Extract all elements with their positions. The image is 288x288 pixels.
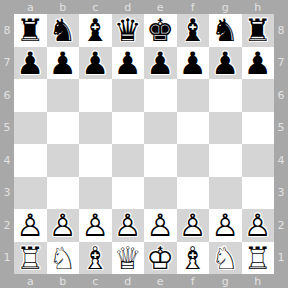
square-b3[interactable] xyxy=(47,177,80,210)
piece-black-knight[interactable]: ♞ xyxy=(209,14,242,47)
piece-white-pawn[interactable]: ♙ xyxy=(242,209,275,242)
rank-label-3: 3 xyxy=(274,177,288,210)
piece-black-knight[interactable]: ♞ xyxy=(47,14,80,47)
square-h6[interactable] xyxy=(242,79,275,112)
rank-label-5: 5 xyxy=(274,112,288,145)
square-b5[interactable] xyxy=(47,112,80,145)
file-label-c: c xyxy=(79,274,112,288)
square-a4[interactable] xyxy=(14,144,47,177)
square-g3[interactable] xyxy=(209,177,242,210)
rank-label-1: 1 xyxy=(274,242,288,275)
square-a7[interactable]: ♟♟ xyxy=(14,47,47,80)
square-c7[interactable]: ♟♟ xyxy=(79,47,112,80)
square-e5[interactable] xyxy=(144,112,177,145)
rank-label-8: 8 xyxy=(274,14,288,47)
square-a1[interactable]: ♜♖ xyxy=(14,242,47,275)
square-d6[interactable] xyxy=(112,79,145,112)
square-c3[interactable] xyxy=(79,177,112,210)
square-e7[interactable]: ♟♟ xyxy=(144,47,177,80)
piece-white-pawn[interactable]: ♙ xyxy=(177,209,210,242)
square-b4[interactable] xyxy=(47,144,80,177)
rank-labels-right: 87654321 xyxy=(274,14,288,274)
square-c2[interactable]: ♟♙ xyxy=(79,209,112,242)
square-f8[interactable]: ♝♝ xyxy=(177,14,210,47)
square-c1[interactable]: ♝♗ xyxy=(79,242,112,275)
piece-white-rook[interactable]: ♖ xyxy=(242,242,275,275)
piece-black-pawn[interactable]: ♟ xyxy=(144,47,177,80)
square-f1[interactable]: ♝♗ xyxy=(177,242,210,275)
square-e6[interactable] xyxy=(144,79,177,112)
file-label-a: a xyxy=(14,274,47,288)
square-f3[interactable] xyxy=(177,177,210,210)
piece-black-bishop[interactable]: ♝ xyxy=(177,14,210,47)
piece-white-queen[interactable]: ♕ xyxy=(112,242,145,275)
square-d8[interactable]: ♛♛ xyxy=(112,14,145,47)
piece-black-bishop[interactable]: ♝ xyxy=(79,14,112,47)
square-g7[interactable]: ♟♟ xyxy=(209,47,242,80)
square-h1[interactable]: ♜♖ xyxy=(242,242,275,275)
square-e8[interactable]: ♚♚ xyxy=(144,14,177,47)
chess-board-frame: abcdefgh abcdefgh 87654321 87654321 ♜♜♞♞… xyxy=(0,0,288,288)
square-b2[interactable]: ♟♙ xyxy=(47,209,80,242)
piece-black-king[interactable]: ♚ xyxy=(144,14,177,47)
rank-label-7: 7 xyxy=(0,47,14,80)
file-label-e: e xyxy=(144,274,177,288)
square-f7[interactable]: ♟♟ xyxy=(177,47,210,80)
square-f4[interactable] xyxy=(177,144,210,177)
square-h8[interactable]: ♜♜ xyxy=(242,14,275,47)
rank-labels-left: 87654321 xyxy=(0,14,14,274)
piece-white-pawn[interactable]: ♙ xyxy=(47,209,80,242)
piece-white-pawn[interactable]: ♙ xyxy=(144,209,177,242)
piece-black-pawn[interactable]: ♟ xyxy=(177,47,210,80)
rank-label-2: 2 xyxy=(0,209,14,242)
file-label-b: b xyxy=(47,274,80,288)
square-e1[interactable]: ♚♔ xyxy=(144,242,177,275)
piece-white-pawn[interactable]: ♙ xyxy=(112,209,145,242)
square-h7[interactable]: ♟♟ xyxy=(242,47,275,80)
square-a2[interactable]: ♟♙ xyxy=(14,209,47,242)
file-label-d: d xyxy=(112,274,145,288)
square-f6[interactable] xyxy=(177,79,210,112)
square-h5[interactable] xyxy=(242,112,275,145)
piece-black-pawn[interactable]: ♟ xyxy=(209,47,242,80)
piece-white-knight[interactable]: ♘ xyxy=(209,242,242,275)
square-b7[interactable]: ♟♟ xyxy=(47,47,80,80)
rank-label-4: 4 xyxy=(0,144,14,177)
piece-black-pawn[interactable]: ♟ xyxy=(14,47,47,80)
square-g4[interactable] xyxy=(209,144,242,177)
square-d1[interactable]: ♛♕ xyxy=(112,242,145,275)
rank-label-8: 8 xyxy=(0,14,14,47)
file-label-g: g xyxy=(209,274,242,288)
square-g1[interactable]: ♞♘ xyxy=(209,242,242,275)
rank-label-1: 1 xyxy=(0,242,14,275)
piece-white-bishop[interactable]: ♗ xyxy=(177,242,210,275)
square-a5[interactable] xyxy=(14,112,47,145)
square-e2[interactable]: ♟♙ xyxy=(144,209,177,242)
square-f2[interactable]: ♟♙ xyxy=(177,209,210,242)
square-f5[interactable] xyxy=(177,112,210,145)
piece-black-pawn[interactable]: ♟ xyxy=(112,47,145,80)
piece-white-pawn[interactable]: ♙ xyxy=(209,209,242,242)
square-h4[interactable] xyxy=(242,144,275,177)
rank-label-6: 6 xyxy=(0,79,14,112)
square-b6[interactable] xyxy=(47,79,80,112)
square-e4[interactable] xyxy=(144,144,177,177)
square-c8[interactable]: ♝♝ xyxy=(79,14,112,47)
piece-black-rook[interactable]: ♜ xyxy=(14,14,47,47)
square-c6[interactable] xyxy=(79,79,112,112)
piece-white-knight[interactable]: ♘ xyxy=(47,242,80,275)
square-d7[interactable]: ♟♟ xyxy=(112,47,145,80)
square-g2[interactable]: ♟♙ xyxy=(209,209,242,242)
square-a6[interactable] xyxy=(14,79,47,112)
piece-black-pawn[interactable]: ♟ xyxy=(242,47,275,80)
rank-label-7: 7 xyxy=(274,47,288,80)
piece-black-queen[interactable]: ♛ xyxy=(112,14,145,47)
piece-black-rook[interactable]: ♜ xyxy=(242,14,275,47)
square-d3[interactable] xyxy=(112,177,145,210)
file-labels-bottom: abcdefgh xyxy=(14,274,274,288)
square-d4[interactable] xyxy=(112,144,145,177)
chess-board: ♜♜♞♞♝♝♛♛♚♚♝♝♞♞♜♜♟♟♟♟♟♟♟♟♟♟♟♟♟♟♟♟♟♙♟♙♟♙♟♙… xyxy=(14,14,274,274)
square-b8[interactable]: ♞♞ xyxy=(47,14,80,47)
square-c4[interactable] xyxy=(79,144,112,177)
square-e3[interactable] xyxy=(144,177,177,210)
square-b1[interactable]: ♞♘ xyxy=(47,242,80,275)
piece-white-bishop[interactable]: ♗ xyxy=(79,242,112,275)
rank-label-4: 4 xyxy=(274,144,288,177)
piece-white-pawn[interactable]: ♙ xyxy=(14,209,47,242)
rank-label-6: 6 xyxy=(274,79,288,112)
piece-white-rook[interactable]: ♖ xyxy=(14,242,47,275)
file-label-h: h xyxy=(242,274,275,288)
square-d5[interactable] xyxy=(112,112,145,145)
piece-black-pawn[interactable]: ♟ xyxy=(79,47,112,80)
square-a3[interactable] xyxy=(14,177,47,210)
square-d2[interactable]: ♟♙ xyxy=(112,209,145,242)
rank-label-2: 2 xyxy=(274,209,288,242)
square-c5[interactable] xyxy=(79,112,112,145)
rank-label-3: 3 xyxy=(0,177,14,210)
square-h2[interactable]: ♟♙ xyxy=(242,209,275,242)
file-label-f: f xyxy=(177,274,210,288)
square-g5[interactable] xyxy=(209,112,242,145)
square-a8[interactable]: ♜♜ xyxy=(14,14,47,47)
square-g8[interactable]: ♞♞ xyxy=(209,14,242,47)
piece-black-pawn[interactable]: ♟ xyxy=(47,47,80,80)
piece-white-king[interactable]: ♔ xyxy=(144,242,177,275)
square-g6[interactable] xyxy=(209,79,242,112)
square-h3[interactable] xyxy=(242,177,275,210)
piece-white-pawn[interactable]: ♙ xyxy=(79,209,112,242)
rank-label-5: 5 xyxy=(0,112,14,145)
